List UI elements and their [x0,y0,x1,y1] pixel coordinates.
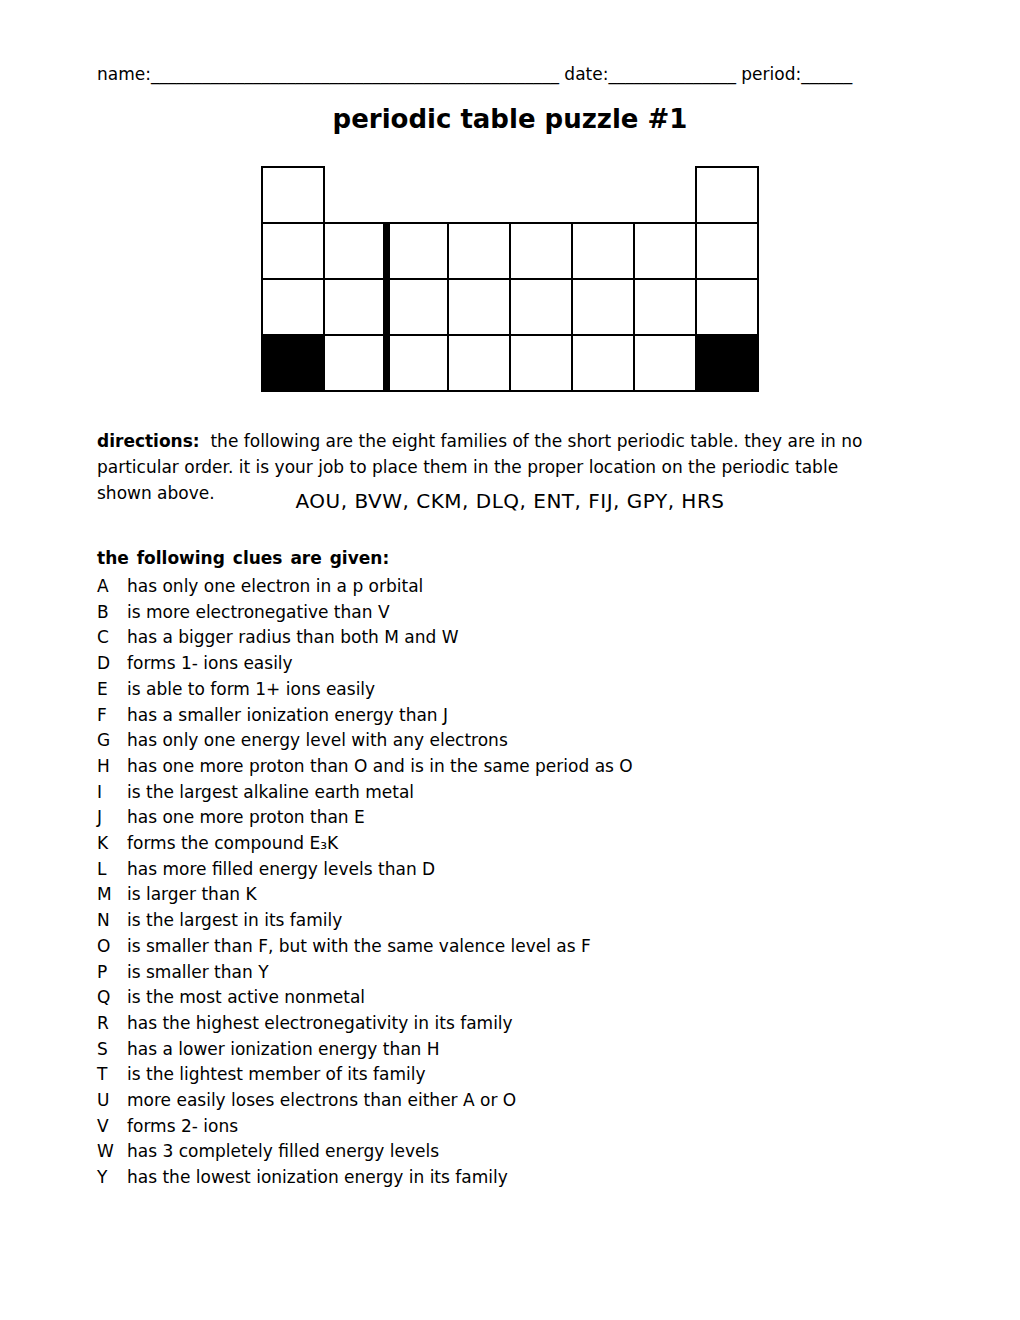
clue-row: Shas a lower ionization energy than H [97,1037,917,1063]
clue-letter: S [97,1037,127,1063]
clue-text: is the most active nonmetal [127,985,917,1011]
clue-text: has more filled energy levels than D [127,857,917,883]
periodic-table-board [262,167,760,393]
board-cell[interactable] [447,222,511,280]
clue-row: Ois smaller than F, but with the same va… [97,934,917,960]
board-cell[interactable] [695,166,759,224]
clue-text: has only one electron in a p orbital [127,574,917,600]
clue-text: is the largest alkaline earth metal [127,780,917,806]
clue-letter: F [97,703,127,729]
board-cell[interactable] [447,334,511,392]
clue-text: has the lowest ionization energy in its … [127,1165,917,1191]
clue-text: is the largest in its family [127,908,917,934]
date-label: date: [564,64,608,84]
clue-text: has 3 completely filled energy levels [127,1139,917,1165]
clue-text: is smaller than Y [127,960,917,986]
clue-row: Dforms 1- ions easily [97,651,917,677]
clue-letter: M [97,882,127,908]
clue-text: has a smaller ionization energy than J [127,703,917,729]
board-cell[interactable] [509,278,573,336]
clue-text: has a bigger radius than both M and W [127,625,917,651]
clue-text: is larger than K [127,882,917,908]
clues-list: Ahas only one electron in a p orbitalBis… [97,574,917,1191]
clue-letter: E [97,677,127,703]
clue-letter: Y [97,1165,127,1191]
clue-letter: C [97,625,127,651]
board-cell[interactable] [571,278,635,336]
name-blank[interactable]: ________________________________________… [151,64,559,84]
name-label: name: [97,64,151,84]
clue-text: more easily loses electrons than either … [127,1088,917,1114]
board-cell[interactable] [695,222,759,280]
clue-row: Jhas one more proton than E [97,805,917,831]
clue-letter: K [97,831,127,857]
clue-letter: O [97,934,127,960]
clue-text: forms the compound E₃K [127,831,917,857]
board-cell[interactable] [385,222,449,280]
clue-row: Lhas more filled energy levels than D [97,857,917,883]
board-cell[interactable] [633,334,697,392]
clue-letter: W [97,1139,127,1165]
board-cell[interactable] [261,166,325,224]
board-cell[interactable] [633,278,697,336]
board-cell[interactable] [571,334,635,392]
clue-letter: I [97,780,127,806]
clue-text: is the lightest member of its family [127,1062,917,1088]
clue-letter: D [97,651,127,677]
clue-row: Whas 3 completely filled energy levels [97,1139,917,1165]
clue-text: has the highest electronegativity in its… [127,1011,917,1037]
clue-letter: T [97,1062,127,1088]
board-cell-blocked [695,334,759,392]
clue-text: has one more proton than O and is in the… [127,754,917,780]
clue-letter: A [97,574,127,600]
clue-text: forms 1- ions easily [127,651,917,677]
clue-text: has a lower ionization energy than H [127,1037,917,1063]
clue-letter: J [97,805,127,831]
clue-row: Yhas the lowest ionization energy in its… [97,1165,917,1191]
board-cell[interactable] [385,278,449,336]
period-label: period: [741,64,801,84]
clue-row: Chas a bigger radius than both M and W [97,625,917,651]
family-list: AOU, BVW, CKM, DLQ, ENT, FIJ, GPY, HRS [0,489,1020,513]
clue-letter: P [97,960,127,986]
clue-text: is more electronegative than V [127,600,917,626]
clue-letter: Q [97,985,127,1011]
period-blank[interactable]: ______ [801,64,852,84]
board-cell-blocked [261,334,325,392]
clue-row: Umore easily loses electrons than either… [97,1088,917,1114]
directions-label: directions: [97,431,200,451]
clue-row: Eis able to form 1+ ions easily [97,677,917,703]
clue-letter: R [97,1011,127,1037]
clue-letter: N [97,908,127,934]
clue-letter: U [97,1088,127,1114]
header-fill-in-line: name:___________________________________… [97,64,957,84]
clue-row: Rhas the highest electronegativity in it… [97,1011,917,1037]
clue-letter: H [97,754,127,780]
board-cell[interactable] [261,222,325,280]
board-cell[interactable] [509,222,573,280]
clue-row: Ahas only one electron in a p orbital [97,574,917,600]
clue-letter: G [97,728,127,754]
clue-text: forms 2- ions [127,1114,917,1140]
clue-text: is smaller than F, but with the same val… [127,934,917,960]
date-blank[interactable]: _______________ [608,64,736,84]
s-p-block-divider-bar [383,222,390,392]
clue-row: Mis larger than K [97,882,917,908]
clues-heading: the following clues are given: [97,548,389,568]
board-cell[interactable] [385,334,449,392]
clue-text: has only one energy level with any elect… [127,728,917,754]
clue-letter: L [97,857,127,883]
page-title: periodic table puzzle #1 [0,104,1020,134]
clue-row: Tis the lightest member of its family [97,1062,917,1088]
clue-row: Iis the largest alkaline earth metal [97,780,917,806]
board-cell[interactable] [509,334,573,392]
clue-row: Pis smaller than Y [97,960,917,986]
clue-row: Qis the most active nonmetal [97,985,917,1011]
board-cell[interactable] [695,278,759,336]
clue-row: Fhas a smaller ionization energy than J [97,703,917,729]
worksheet-page: name:___________________________________… [0,0,1020,1320]
board-cell[interactable] [571,222,635,280]
clue-row: Hhas one more proton than O and is in th… [97,754,917,780]
clue-row: Ghas only one energy level with any elec… [97,728,917,754]
clue-row: Bis more electronegative than V [97,600,917,626]
board-cell[interactable] [323,334,387,392]
clue-text: is able to form 1+ ions easily [127,677,917,703]
clue-letter: B [97,600,127,626]
clue-row: Nis the largest in its family [97,908,917,934]
board-cell[interactable] [323,278,387,336]
clue-text: has one more proton than E [127,805,917,831]
clue-letter: V [97,1114,127,1140]
clue-row: Vforms 2- ions [97,1114,917,1140]
board-cell[interactable] [323,222,387,280]
board-cell[interactable] [633,222,697,280]
clue-row: Kforms the compound E₃K [97,831,917,857]
board-cell[interactable] [447,278,511,336]
board-cell[interactable] [261,278,325,336]
